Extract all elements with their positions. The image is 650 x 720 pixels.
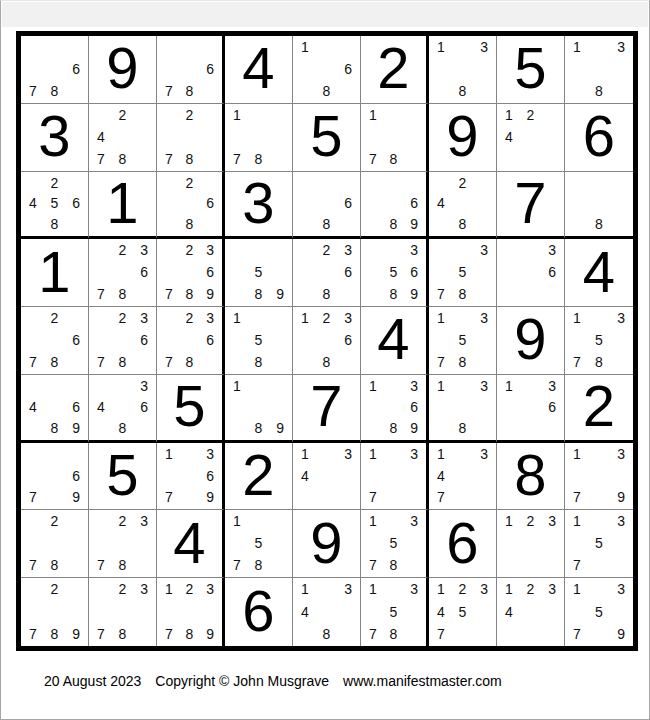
cell-r7c5[interactable]: 134 [293,443,361,511]
pencil-mark-7: 7 [29,355,37,369]
cell-r5c6[interactable]: 4 [361,307,429,375]
pencil-mark-1: 1 [505,108,513,122]
pencil-mark-5: 5 [595,333,603,347]
pencil-marks: 178 [225,104,292,171]
cell-r9c4[interactable]: 6 [225,578,293,646]
pencil-mark-4: 4 [301,605,309,619]
cell-r5c4[interactable]: 158 [225,307,293,375]
cell-r9c3[interactable]: 123789 [157,578,225,646]
pencil-marks: 1578 [225,510,292,577]
cell-r1c1[interactable]: 678 [21,36,89,104]
cell-r9c7[interactable]: 123457 [429,578,497,646]
cell-r9c1[interactable]: 2789 [21,578,89,646]
pencil-mark-6: 6 [344,196,352,210]
pencil-mark-8: 8 [186,152,194,166]
pencil-marks: 13578 [565,307,633,374]
cell-r7c2[interactable]: 5 [89,443,157,511]
pencil-marks: 24568 [21,172,88,237]
pencil-mark-8: 8 [459,421,467,435]
pencil-mark-6: 6 [410,196,418,210]
pencil-mark-6: 6 [410,265,418,279]
pencil-marks: 138 [429,36,496,103]
pencil-mark-1: 1 [437,40,445,54]
cell-r8c3[interactable]: 4 [157,510,225,578]
pencil-mark-8: 8 [119,421,127,435]
pencil-mark-4: 4 [505,130,513,144]
pencil-marks: 589 [225,239,292,306]
pencil-mark-8: 8 [390,421,398,435]
pencil-marks: 13679 [157,443,222,510]
pencil-marks: 134 [293,443,360,510]
pencil-mark-2: 2 [527,514,535,528]
pencil-mark-1: 1 [437,379,445,393]
cell-r2c8[interactable]: 124 [497,104,565,172]
cell-r6c7[interactable]: 138 [429,375,497,443]
pencil-mark-9: 9 [410,217,418,231]
pencil-mark-2: 2 [459,176,467,190]
pencil-mark-9: 9 [410,287,418,301]
cell-r6c4[interactable]: 189 [225,375,293,443]
pencil-mark-2: 2 [459,582,467,596]
pencil-mark-8: 8 [51,421,59,435]
pencil-mark-3: 3 [617,514,625,528]
pencil-mark-3: 3 [344,582,352,596]
pencil-marks: 137 [361,443,426,510]
pencil-mark-6: 6 [206,333,214,347]
cell-r6c8[interactable]: 136 [497,375,565,443]
pencil-mark-4: 4 [437,469,445,483]
pencil-mark-9: 9 [206,287,214,301]
pencil-marks: 268 [157,172,222,237]
cell-r4c6[interactable]: 35689 [361,239,429,307]
pencil-mark-4: 4 [437,605,445,619]
given-digit: 9 [106,39,138,97]
cell-r3c2[interactable]: 1 [89,172,157,240]
pencil-mark-6: 6 [72,196,80,210]
pencil-marks: 278 [157,104,222,171]
pencil-mark-3: 3 [206,582,214,596]
given-digit: 6 [583,107,615,165]
cell-r4c9[interactable]: 4 [565,239,633,307]
pencil-marks: 1357 [565,510,633,577]
pencil-marks: 1234 [497,578,564,646]
pencil-mark-1: 1 [369,447,377,461]
pencil-mark-7: 7 [573,558,581,572]
pencil-mark-5: 5 [255,265,263,279]
pencil-mark-5: 5 [459,333,467,347]
pencil-mark-1: 1 [369,582,377,596]
pencil-mark-1: 1 [573,582,581,596]
pencil-mark-6: 6 [344,265,352,279]
pencil-mark-8: 8 [323,287,331,301]
cell-r4c3[interactable]: 236789 [157,239,225,307]
pencil-mark-8: 8 [186,84,194,98]
pencil-mark-8: 8 [390,217,398,231]
cell-r4c1[interactable]: 1 [21,239,89,307]
pencil-mark-1: 1 [233,379,241,393]
cell-r8c8[interactable]: 123 [497,510,565,578]
pencil-mark-7: 7 [165,84,173,98]
cell-r5c9[interactable]: 13578 [565,307,633,375]
cell-r2c1[interactable]: 3 [21,104,89,172]
cell-r6c1[interactable]: 4689 [21,375,89,443]
pencil-mark-8: 8 [595,355,603,369]
pencil-mark-8: 8 [255,287,263,301]
pencil-mark-8: 8 [255,355,263,369]
pencil-mark-3: 3 [206,447,214,461]
pencil-mark-7: 7 [369,558,377,572]
pencil-mark-2: 2 [119,311,127,325]
cell-r3c6[interactable]: 689 [361,172,429,240]
pencil-mark-7: 7 [437,490,445,504]
pencil-mark-1: 1 [505,514,513,528]
cell-r3c5[interactable]: 68 [293,172,361,240]
pencil-mark-2: 2 [186,176,194,190]
cell-r3c9[interactable]: 8 [565,172,633,240]
pencil-mark-1: 1 [573,311,581,325]
pencil-mark-6: 6 [72,62,80,76]
pencil-mark-9: 9 [206,490,214,504]
pencil-mark-7: 7 [29,558,37,572]
footer-date: 20 August 2023 [44,673,141,689]
given-digit: 9 [446,107,478,165]
given-digit: 7 [310,377,342,435]
pencil-mark-1: 1 [437,311,445,325]
pencil-marks: 2678 [21,307,88,374]
cell-r7c7[interactable]: 1347 [429,443,497,511]
pencil-mark-6: 6 [206,469,214,483]
pencil-marks: 136 [497,375,564,440]
cell-r6c2[interactable]: 3468 [89,375,157,443]
pencil-mark-3: 3 [344,311,352,325]
given-digit: 5 [106,446,138,504]
cell-r5c7[interactable]: 13578 [429,307,497,375]
pencil-mark-9: 9 [72,421,80,435]
pencil-mark-8: 8 [595,217,603,231]
pencil-mark-9: 9 [410,421,418,435]
pencil-marks: 1348 [293,578,360,646]
pencil-mark-8: 8 [119,287,127,301]
pencil-marks: 168 [293,36,360,103]
pencil-mark-9: 9 [276,421,284,435]
given-digit: 4 [173,514,205,572]
cell-r5c1[interactable]: 2678 [21,307,89,375]
pencil-mark-5: 5 [255,333,263,347]
cell-r9c8[interactable]: 1234 [497,578,565,646]
given-digit: 5 [173,377,205,435]
cell-r4c5[interactable]: 2368 [293,239,361,307]
pencil-mark-6: 6 [140,265,148,279]
given-digit: 4 [242,39,274,97]
pencil-mark-1: 1 [165,447,173,461]
given-digit: 2 [583,377,615,435]
cell-r3c3[interactable]: 268 [157,172,225,240]
given-digit: 3 [242,174,274,232]
cell-r4c7[interactable]: 3578 [429,239,497,307]
pencil-marks: 123789 [157,578,222,646]
pencil-mark-8: 8 [390,627,398,641]
pencil-mark-7: 7 [165,355,173,369]
pencil-mark-2: 2 [119,108,127,122]
cell-r2c9[interactable]: 6 [565,104,633,172]
pencil-marks: 13689 [361,375,426,440]
pencil-marks: 2378 [89,510,156,577]
pencil-marks: 123 [497,510,564,577]
cell-r4c2[interactable]: 23678 [89,239,157,307]
pencil-mark-5: 5 [51,196,59,210]
pencil-marks: 2378 [89,578,156,646]
pencil-mark-6: 6 [344,62,352,76]
pencil-marks: 138 [565,36,633,103]
cell-r7c8[interactable]: 8 [497,443,565,511]
cell-r2c3[interactable]: 278 [157,104,225,172]
pencil-marks: 13578 [361,510,426,577]
cell-r5c8[interactable]: 9 [497,307,565,375]
pencil-mark-8: 8 [323,355,331,369]
pencil-marks: 678 [21,36,88,103]
pencil-mark-8: 8 [323,217,331,231]
cell-r8c5[interactable]: 9 [293,510,361,578]
given-digit: 2 [242,446,274,504]
pencil-mark-2: 2 [119,582,127,596]
given-digit: 7 [514,174,546,232]
cell-r3c7[interactable]: 248 [429,172,497,240]
pencil-mark-6: 6 [344,333,352,347]
pencil-mark-7: 7 [369,490,377,504]
pencil-mark-8: 8 [119,152,127,166]
pencil-mark-3: 3 [140,582,148,596]
pencil-mark-1: 1 [301,447,309,461]
pencil-mark-1: 1 [437,582,445,596]
cell-r6c6[interactable]: 13689 [361,375,429,443]
cell-r4c4[interactable]: 589 [225,239,293,307]
cell-r3c8[interactable]: 7 [497,172,565,240]
pencil-mark-8: 8 [390,287,398,301]
cell-r6c9[interactable]: 2 [565,375,633,443]
sudoku-board: 6789678416821385138324782781785178912462… [16,31,638,651]
cell-r6c5[interactable]: 7 [293,375,361,443]
pencil-mark-1: 1 [165,582,173,596]
pencil-mark-3: 3 [617,311,625,325]
given-digit: 5 [310,107,342,165]
cell-r1c9[interactable]: 138 [565,36,633,104]
pencil-mark-1: 1 [301,40,309,54]
pencil-mark-8: 8 [51,558,59,572]
pencil-mark-3: 3 [410,514,418,528]
pencil-mark-7: 7 [165,152,173,166]
pencil-marks: 13578 [429,307,496,374]
pencil-mark-8: 8 [459,287,467,301]
cell-r8c4[interactable]: 1578 [225,510,293,578]
pencil-mark-8: 8 [459,217,467,231]
cell-r8c7[interactable]: 6 [429,510,497,578]
cell-r3c4[interactable]: 3 [225,172,293,240]
given-digit: 6 [446,514,478,572]
pencil-mark-5: 5 [255,536,263,550]
pencil-mark-3: 3 [140,311,148,325]
footer-copyright: Copyright © John Musgrave [155,673,329,689]
pencil-mark-1: 1 [369,379,377,393]
pencil-mark-2: 2 [323,243,331,257]
pencil-mark-7: 7 [97,627,105,641]
pencil-mark-8: 8 [255,152,263,166]
pencil-mark-6: 6 [140,400,148,414]
cell-r2c6[interactable]: 178 [361,104,429,172]
pencil-marks: 13579 [565,578,633,646]
pencil-mark-6: 6 [548,400,556,414]
pencil-mark-2: 2 [527,582,535,596]
pencil-mark-1: 1 [369,514,377,528]
cell-r2c2[interactable]: 2478 [89,104,157,172]
cell-r2c7[interactable]: 9 [429,104,497,172]
pencil-marks: 278 [21,510,88,577]
pencil-mark-3: 3 [344,447,352,461]
pencil-marks: 123457 [429,578,496,646]
pencil-marks: 678 [157,36,222,103]
pencil-mark-4: 4 [301,469,309,483]
cell-r3c1[interactable]: 24568 [21,172,89,240]
pencil-mark-5: 5 [390,265,398,279]
given-digit: 6 [242,582,274,640]
pencil-mark-3: 3 [140,514,148,528]
cell-r7c9[interactable]: 1379 [565,443,633,511]
pencil-mark-4: 4 [505,605,513,619]
cell-r9c9[interactable]: 13579 [565,578,633,646]
pencil-mark-6: 6 [140,333,148,347]
pencil-mark-7: 7 [97,355,105,369]
pencil-mark-2: 2 [119,243,127,257]
pencil-mark-4: 4 [29,196,37,210]
footer: 20 August 2023 Copyright © John Musgrave… [44,673,502,689]
cell-r2c4[interactable]: 178 [225,104,293,172]
pencil-mark-2: 2 [186,243,194,257]
pencil-mark-2: 2 [323,311,331,325]
pencil-mark-4: 4 [437,196,445,210]
pencil-mark-7: 7 [573,355,581,369]
cell-r4c8[interactable]: 36 [497,239,565,307]
given-digit: 4 [377,310,409,368]
cell-r7c1[interactable]: 679 [21,443,89,511]
pencil-mark-5: 5 [595,536,603,550]
cell-r8c6[interactable]: 13578 [361,510,429,578]
pencil-mark-3: 3 [548,514,556,528]
pencil-mark-3: 3 [480,582,488,596]
cell-r1c5[interactable]: 168 [293,36,361,104]
pencil-mark-8: 8 [119,627,127,641]
pencil-mark-2: 2 [51,176,59,190]
pencil-mark-6: 6 [206,265,214,279]
pencil-mark-3: 3 [140,243,148,257]
pencil-mark-8: 8 [255,421,263,435]
pencil-mark-3: 3 [344,243,352,257]
cell-r7c4[interactable]: 2 [225,443,293,511]
pencil-mark-8: 8 [186,217,194,231]
cell-r1c7[interactable]: 138 [429,36,497,104]
pencil-mark-8: 8 [186,355,194,369]
pencil-mark-8: 8 [255,558,263,572]
pencil-mark-8: 8 [459,355,467,369]
pencil-marks: 8 [565,172,633,237]
cell-r8c2[interactable]: 2378 [89,510,157,578]
given-digit: 5 [514,39,546,97]
pencil-mark-8: 8 [119,355,127,369]
pencil-mark-3: 3 [617,582,625,596]
pencil-marks: 3468 [89,375,156,440]
cell-r9c6[interactable]: 13578 [361,578,429,646]
given-digit: 9 [514,310,546,368]
cell-r5c5[interactable]: 12368 [293,307,361,375]
footer-website: www.manifestmaster.com [343,673,502,689]
pencil-mark-1: 1 [233,108,241,122]
pencil-mark-8: 8 [186,627,194,641]
pencil-mark-6: 6 [72,469,80,483]
cell-r1c6[interactable]: 2 [361,36,429,104]
pencil-mark-7: 7 [29,84,37,98]
pencil-marks: 689 [361,172,426,237]
cell-r5c3[interactable]: 23678 [157,307,225,375]
pencil-mark-3: 3 [480,243,488,257]
pencil-mark-3: 3 [206,311,214,325]
pencil-mark-3: 3 [548,243,556,257]
cell-r5c2[interactable]: 23678 [89,307,157,375]
pencil-mark-3: 3 [410,243,418,257]
pencil-mark-9: 9 [72,490,80,504]
pencil-mark-8: 8 [51,84,59,98]
pencil-mark-6: 6 [410,400,418,414]
pencil-mark-2: 2 [119,514,127,528]
cell-r1c8[interactable]: 5 [497,36,565,104]
cell-r7c3[interactable]: 13679 [157,443,225,511]
pencil-mark-5: 5 [595,605,603,619]
cell-r7c6[interactable]: 137 [361,443,429,511]
cell-r9c2[interactable]: 2378 [89,578,157,646]
pencil-marks: 138 [429,375,496,440]
pencil-mark-4: 4 [97,400,105,414]
pencil-mark-1: 1 [573,40,581,54]
pencil-mark-8: 8 [51,217,59,231]
pencil-marks: 23678 [157,307,222,374]
cell-r8c1[interactable]: 278 [21,510,89,578]
cell-r8c9[interactable]: 1357 [565,510,633,578]
cell-r2c5[interactable]: 5 [293,104,361,172]
pencil-marks: 124 [497,104,564,171]
cell-r9c5[interactable]: 1348 [293,578,361,646]
pencil-mark-3: 3 [140,379,148,393]
pencil-mark-4: 4 [97,130,105,144]
pencil-mark-2: 2 [51,311,59,325]
cell-r1c2[interactable]: 9 [89,36,157,104]
pencil-mark-7: 7 [437,287,445,301]
cell-r1c3[interactable]: 678 [157,36,225,104]
pencil-marks: 2478 [89,104,156,171]
pencil-mark-8: 8 [323,627,331,641]
pencil-mark-7: 7 [437,355,445,369]
cell-r1c4[interactable]: 4 [225,36,293,104]
pencil-mark-3: 3 [410,447,418,461]
cell-r6c3[interactable]: 5 [157,375,225,443]
pencil-mark-8: 8 [390,558,398,572]
pencil-marks: 2789 [21,578,88,646]
given-digit: 4 [583,243,615,301]
pencil-marks: 68 [293,172,360,237]
pencil-mark-3: 3 [480,447,488,461]
pencil-mark-8: 8 [51,627,59,641]
pencil-marks: 158 [225,307,292,374]
pencil-mark-6: 6 [206,196,214,210]
pencil-mark-2: 2 [51,582,59,596]
pencil-mark-8: 8 [323,84,331,98]
pencil-mark-3: 3 [410,379,418,393]
